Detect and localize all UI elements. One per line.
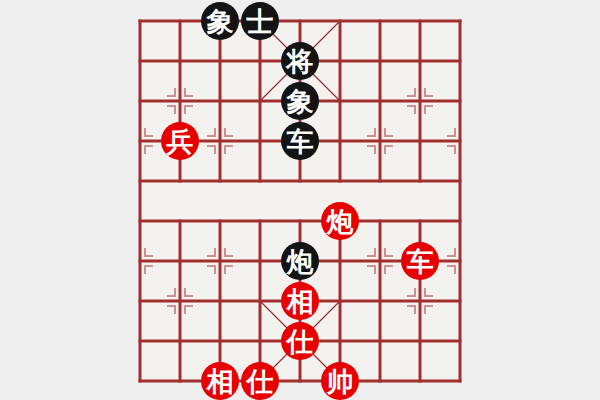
black-elephant[interactable]: 象 — [281, 82, 319, 120]
red-advisor[interactable]: 仕 — [281, 322, 319, 360]
xiangqi-board-area: 象士将象兵车炮炮车相仕相仕帅 — [0, 0, 600, 400]
black-advisor[interactable]: 士 — [241, 2, 279, 40]
black-general[interactable]: 将 — [281, 42, 319, 80]
red-chariot[interactable]: 车 — [401, 242, 439, 280]
red-elephant[interactable]: 相 — [281, 282, 319, 320]
red-soldier[interactable]: 兵 — [161, 122, 199, 160]
red-cannon[interactable]: 炮 — [321, 202, 359, 240]
red-advisor[interactable]: 仕 — [241, 362, 279, 400]
red-elephant[interactable]: 相 — [201, 362, 239, 400]
black-elephant[interactable]: 象 — [201, 2, 239, 40]
red-general[interactable]: 帅 — [321, 362, 359, 400]
board-grid: 象士将象兵车炮炮车相仕相仕帅 — [120, 1, 480, 400]
black-cannon[interactable]: 炮 — [281, 242, 319, 280]
black-chariot[interactable]: 车 — [281, 122, 319, 160]
